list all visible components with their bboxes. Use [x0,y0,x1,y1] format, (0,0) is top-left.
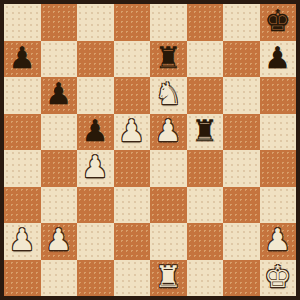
square-a3[interactable] [4,187,41,224]
square-a7[interactable]: ♟ [4,41,41,78]
square-b7[interactable] [41,41,78,78]
square-h2[interactable]: ♟ [260,223,297,260]
piece-black-pawn[interactable]: ♟ [82,116,109,146]
square-f7[interactable] [187,41,224,78]
square-e2[interactable] [150,223,187,260]
square-b2[interactable]: ♟ [41,223,78,260]
square-c2[interactable] [77,223,114,260]
square-c6[interactable] [77,77,114,114]
piece-white-pawn[interactable]: ♟ [155,116,182,146]
square-d3[interactable] [114,187,151,224]
square-e6[interactable]: ♞ [150,77,187,114]
square-a8[interactable] [4,4,41,41]
square-c1[interactable] [77,260,114,297]
square-h5[interactable] [260,114,297,151]
square-d5[interactable]: ♟ [114,114,151,151]
square-h6[interactable] [260,77,297,114]
square-f6[interactable] [187,77,224,114]
square-a1[interactable] [4,260,41,297]
piece-white-pawn[interactable]: ♟ [45,225,72,255]
piece-black-pawn[interactable]: ♟ [264,43,291,73]
square-b1[interactable] [41,260,78,297]
square-b6[interactable]: ♟ [41,77,78,114]
square-c7[interactable] [77,41,114,78]
square-d7[interactable] [114,41,151,78]
square-h4[interactable] [260,150,297,187]
square-e4[interactable] [150,150,187,187]
square-c5[interactable]: ♟ [77,114,114,151]
square-f3[interactable] [187,187,224,224]
square-b8[interactable] [41,4,78,41]
square-e7[interactable]: ♜ [150,41,187,78]
square-g2[interactable] [223,223,260,260]
square-a4[interactable] [4,150,41,187]
square-c3[interactable] [77,187,114,224]
square-c8[interactable] [77,4,114,41]
square-g5[interactable] [223,114,260,151]
square-h3[interactable] [260,187,297,224]
square-f4[interactable] [187,150,224,187]
square-f5[interactable]: ♜ [187,114,224,151]
square-a2[interactable]: ♟ [4,223,41,260]
piece-white-knight[interactable]: ♞ [155,79,182,109]
square-f1[interactable] [187,260,224,297]
square-f8[interactable] [187,4,224,41]
square-c4[interactable]: ♟ [77,150,114,187]
piece-black-rook[interactable]: ♜ [155,43,182,73]
square-b3[interactable] [41,187,78,224]
chess-board: ♚♟♜♟♟♞♟♟♟♜♟♟♟♟♜♚ [0,0,300,300]
square-e5[interactable]: ♟ [150,114,187,151]
square-g7[interactable] [223,41,260,78]
piece-white-king[interactable]: ♚ [264,262,291,292]
square-e1[interactable]: ♜ [150,260,187,297]
square-d6[interactable] [114,77,151,114]
square-g4[interactable] [223,150,260,187]
square-f2[interactable] [187,223,224,260]
square-h8[interactable]: ♚ [260,4,297,41]
piece-black-pawn[interactable]: ♟ [9,43,36,73]
square-g8[interactable] [223,4,260,41]
piece-white-pawn[interactable]: ♟ [9,225,36,255]
square-d1[interactable] [114,260,151,297]
square-d4[interactable] [114,150,151,187]
piece-white-pawn[interactable]: ♟ [264,225,291,255]
square-b5[interactable] [41,114,78,151]
square-g3[interactable] [223,187,260,224]
piece-white-pawn[interactable]: ♟ [82,152,109,182]
square-a5[interactable] [4,114,41,151]
square-b4[interactable] [41,150,78,187]
square-d2[interactable] [114,223,151,260]
piece-white-pawn[interactable]: ♟ [118,116,145,146]
piece-black-pawn[interactable]: ♟ [45,79,72,109]
square-g6[interactable] [223,77,260,114]
square-e8[interactable] [150,4,187,41]
piece-black-rook[interactable]: ♜ [191,116,218,146]
piece-black-king[interactable]: ♚ [264,6,291,36]
piece-white-rook[interactable]: ♜ [155,262,182,292]
square-g1[interactable] [223,260,260,297]
square-h1[interactable]: ♚ [260,260,297,297]
square-e3[interactable] [150,187,187,224]
square-d8[interactable] [114,4,151,41]
square-a6[interactable] [4,77,41,114]
square-h7[interactable]: ♟ [260,41,297,78]
